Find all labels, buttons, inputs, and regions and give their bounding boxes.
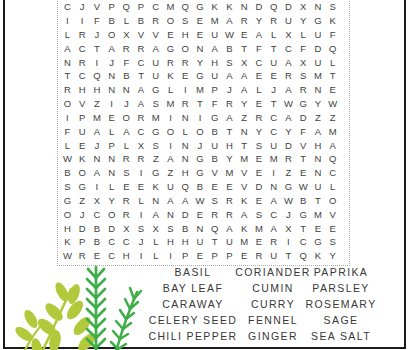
grid-cell: N xyxy=(178,111,193,125)
grid-cell: A xyxy=(252,28,267,42)
grid-cell: M xyxy=(266,152,281,166)
grid-cell: E xyxy=(311,221,326,235)
grid-cell: V xyxy=(296,138,311,152)
word-list-item: SAGE xyxy=(300,312,382,328)
grid-cell: N xyxy=(104,83,119,97)
grid-cell: Z xyxy=(75,194,90,208)
grid-cell: Y xyxy=(222,152,237,166)
grid-cell: U xyxy=(193,235,208,249)
grid-cell: U xyxy=(311,180,326,194)
rosemary-sprig-icon xyxy=(87,267,105,350)
grid-cell: L xyxy=(148,249,163,263)
grid-cell: A xyxy=(148,208,163,222)
grid-cell: R xyxy=(266,14,281,28)
grid-cell: T xyxy=(281,249,296,263)
grid-cell: E xyxy=(237,249,252,263)
grid-cell: O xyxy=(178,42,193,56)
grid-cell: N xyxy=(163,208,178,222)
grid-cell: T xyxy=(193,97,208,111)
grid-cell: U xyxy=(266,138,281,152)
grid-cell: R xyxy=(119,152,134,166)
grid-cell: Q xyxy=(89,69,104,83)
grid-cell: T xyxy=(237,138,252,152)
grid-cell: A xyxy=(60,42,75,56)
grid-cell: U xyxy=(266,55,281,69)
grid-cell: R xyxy=(119,42,134,56)
grid-cell: D xyxy=(252,0,267,14)
grid-cell: Z xyxy=(325,111,340,125)
grid-cell: J xyxy=(75,208,90,222)
grid-cell: C xyxy=(296,235,311,249)
grid-cell: E xyxy=(252,235,267,249)
grid-cell: R xyxy=(134,111,149,125)
grid-cell: S xyxy=(222,55,237,69)
grid-cell: U xyxy=(281,14,296,28)
grid-cell: Y xyxy=(237,97,252,111)
grid-cell: E xyxy=(252,166,267,180)
grid-cell: P xyxy=(207,249,222,263)
grid-cell: G xyxy=(193,152,208,166)
grid-cell: N xyxy=(178,152,193,166)
grid-cell: W xyxy=(281,97,296,111)
grid-cell: A xyxy=(89,166,104,180)
grid-cell: I xyxy=(266,166,281,180)
grid-cell: S xyxy=(178,14,193,28)
grid-cell: M xyxy=(252,221,267,235)
grid-cell: O xyxy=(119,111,134,125)
grid-cell: L xyxy=(104,125,119,139)
grid-cell: S xyxy=(296,69,311,83)
grid-cell: R xyxy=(207,208,222,222)
grid-cell: R xyxy=(237,14,252,28)
grid-cell: F xyxy=(296,125,311,139)
grid-cell: P xyxy=(222,249,237,263)
grid-cell: Q xyxy=(178,180,193,194)
grid-cell: C xyxy=(75,42,90,56)
grid-cell: M xyxy=(311,69,326,83)
grid-cell: I xyxy=(193,111,208,125)
grid-cell: C xyxy=(325,166,340,180)
grid-cell: T xyxy=(60,69,75,83)
grid-cell: Z xyxy=(311,111,326,125)
grid-cell: L xyxy=(325,180,340,194)
grid-cell: N xyxy=(311,83,326,97)
grid-cell: Y xyxy=(281,125,296,139)
grid-cell: G xyxy=(281,180,296,194)
grid-cell: R xyxy=(163,55,178,69)
grid-cell: A xyxy=(207,42,222,56)
grid-cell: D xyxy=(75,221,90,235)
grid-cell: A xyxy=(222,221,237,235)
grid-cell: H xyxy=(163,235,178,249)
grid-cell: R xyxy=(222,97,237,111)
grid-cell: T xyxy=(266,97,281,111)
grid-cell: S xyxy=(325,235,340,249)
grid-cell: I xyxy=(163,249,178,263)
grid-cell: E xyxy=(296,166,311,180)
grid-cell: A xyxy=(119,125,134,139)
grid-cell: Z xyxy=(89,97,104,111)
grid-cell: O xyxy=(163,125,178,139)
grid-cell: Q xyxy=(207,221,222,235)
word-list-item: SEA SALT xyxy=(300,328,382,344)
grid-cell: I xyxy=(60,111,75,125)
grid-cell: I xyxy=(75,14,90,28)
grid-cell: V xyxy=(134,28,149,42)
grid-cell: K xyxy=(237,221,252,235)
grid-cell: P xyxy=(75,235,90,249)
grid-cell: E xyxy=(252,194,267,208)
grid-cell: S xyxy=(60,180,75,194)
grid-cell: L xyxy=(252,83,267,97)
grid-cell: J xyxy=(89,28,104,42)
grid-cell: Y xyxy=(193,55,208,69)
grid-cell: B xyxy=(193,180,208,194)
grid-cell: H xyxy=(75,83,90,97)
grid-cell: V xyxy=(237,166,252,180)
grid-cell: A xyxy=(311,125,326,139)
grid-cell: O xyxy=(104,28,119,42)
grid-cell: U xyxy=(207,69,222,83)
grid-cell: C xyxy=(134,55,149,69)
grid-cell: T xyxy=(266,42,281,56)
grid-cell: R xyxy=(119,194,134,208)
grid-cell: U xyxy=(163,180,178,194)
grid-cell: A xyxy=(325,138,340,152)
grid-cell: M xyxy=(193,83,208,97)
grid-cell: N xyxy=(89,152,104,166)
grid-cell: C xyxy=(119,235,134,249)
grid-cell: U xyxy=(207,28,222,42)
grid-cell: T xyxy=(296,152,311,166)
grid-cell: K xyxy=(148,180,163,194)
grid-cell: C xyxy=(60,0,75,14)
grid-cell: L xyxy=(119,14,134,28)
grid-cell: P xyxy=(178,249,193,263)
grid-cell: B xyxy=(222,42,237,56)
grid-cell: G xyxy=(311,14,326,28)
grid-cell: E xyxy=(252,152,267,166)
grid-cell: L xyxy=(119,138,134,152)
grid-cell: X xyxy=(119,28,134,42)
grid-cell: O xyxy=(60,97,75,111)
grid-cell: L xyxy=(104,180,119,194)
grid-cell: M xyxy=(163,0,178,14)
grid-cell: E xyxy=(75,138,90,152)
grid-cell: Z xyxy=(148,152,163,166)
grid-cell: E xyxy=(104,111,119,125)
grid-cell: W xyxy=(60,152,75,166)
grid-cell: K xyxy=(163,69,178,83)
grid-cell: L xyxy=(266,28,281,42)
grid-cell: R xyxy=(134,42,149,56)
grid-cell: J xyxy=(134,235,149,249)
grid-cell: I xyxy=(89,55,104,69)
grid-cell: O xyxy=(104,208,119,222)
grid-cell: R xyxy=(266,235,281,249)
grid-cell: F xyxy=(89,14,104,28)
grid-cell: J xyxy=(89,138,104,152)
grid-cell: R xyxy=(178,55,193,69)
grid-cell: P xyxy=(75,111,90,125)
grid-cell: P xyxy=(134,0,149,14)
grid-cell: V xyxy=(237,180,252,194)
grid-cell: H xyxy=(60,221,75,235)
grid-cell: N xyxy=(119,83,134,97)
grid-cell: K xyxy=(222,0,237,14)
grid-cell: N xyxy=(193,42,208,56)
grid-cell: C xyxy=(89,208,104,222)
grid-cell: N xyxy=(104,152,119,166)
grid-cell: D xyxy=(296,111,311,125)
grid-cell: B xyxy=(296,194,311,208)
grid-cell: G xyxy=(60,194,75,208)
grid-cell: Q xyxy=(325,152,340,166)
grid-cell: I xyxy=(163,111,178,125)
grid-cell: S xyxy=(163,221,178,235)
grid-cell: C xyxy=(134,125,149,139)
grid-cell: A xyxy=(237,69,252,83)
grid-cell: G xyxy=(193,69,208,83)
grid-cell: U xyxy=(222,235,237,249)
grid-cell: L xyxy=(296,28,311,42)
grid-cell: T xyxy=(237,42,252,56)
grid-cell: S xyxy=(207,194,222,208)
grid-cell: N xyxy=(104,166,119,180)
grid-cell: E xyxy=(193,208,208,222)
grid-cell: O xyxy=(60,208,75,222)
grid-cell: U xyxy=(266,249,281,263)
grid-cell: E xyxy=(222,180,237,194)
grid-cell: C xyxy=(281,42,296,56)
word-list-item: ROSEMARY xyxy=(300,296,382,312)
grid-cell: Q xyxy=(266,0,281,14)
grid-cell: N xyxy=(311,166,326,180)
grid-cell: A xyxy=(281,55,296,69)
grid-cell: E xyxy=(178,69,193,83)
grid-cell: U xyxy=(148,69,163,83)
grid-cell: W xyxy=(222,28,237,42)
grid-cell: S xyxy=(252,138,267,152)
grid-cell: E xyxy=(207,180,222,194)
grid-cell: U xyxy=(75,125,90,139)
grid-cell: F xyxy=(207,97,222,111)
grid-cell: L xyxy=(325,55,340,69)
grid-cell: T xyxy=(134,69,149,83)
grid-cell: J xyxy=(75,0,90,14)
grid-cell: A xyxy=(89,125,104,139)
grid-cell: B xyxy=(178,221,193,235)
grid-cell: R xyxy=(75,28,90,42)
grid-cell: Y xyxy=(104,194,119,208)
grid-cell: A xyxy=(134,97,149,111)
grid-cell: W xyxy=(193,194,208,208)
grid-cell: E xyxy=(266,69,281,83)
grid-cell: I xyxy=(104,97,119,111)
grid-cell: X xyxy=(134,138,149,152)
grid-cell: D xyxy=(281,0,296,14)
grid-cell: B xyxy=(60,166,75,180)
grid-cell: B xyxy=(207,152,222,166)
grid-cell: U xyxy=(207,138,222,152)
grid-cell: W xyxy=(60,249,75,263)
grid-cell: E xyxy=(119,180,134,194)
grid-cell: E xyxy=(252,97,267,111)
grid-cell: M xyxy=(237,235,252,249)
grid-cell: G xyxy=(207,111,222,125)
grid-cell: Y xyxy=(252,14,267,28)
grid-cell: I xyxy=(134,249,149,263)
grid-cell: D xyxy=(252,180,267,194)
grid-cell: A xyxy=(148,42,163,56)
grid-cell: Q xyxy=(325,42,340,56)
grid-cell: G xyxy=(148,125,163,139)
grid-cell: D xyxy=(178,208,193,222)
grid-cell: A xyxy=(222,69,237,83)
grid-cell: A xyxy=(134,83,149,97)
grid-cell: A xyxy=(237,208,252,222)
grid-cell: L xyxy=(163,83,178,97)
grid-cell: K xyxy=(75,152,90,166)
grid-cell: O xyxy=(163,14,178,28)
grid-cell: P xyxy=(207,83,222,97)
grid-cell: M xyxy=(222,166,237,180)
grid-cell: Y xyxy=(296,14,311,28)
grid-cell: O xyxy=(325,194,340,208)
grid-cell: C xyxy=(266,125,281,139)
grid-cell: A xyxy=(222,14,237,28)
letter-grid: CJVPQPCMQGKKNDQDXNSIIFBLBROSEMARYRUYGKLR… xyxy=(60,0,340,263)
grid-cell: H xyxy=(119,249,134,263)
grid-cell: H xyxy=(311,138,326,152)
grid-cell: R xyxy=(252,249,267,263)
grid-cell: P xyxy=(104,138,119,152)
grid-cell: M xyxy=(148,111,163,125)
grid-cell: E xyxy=(89,249,104,263)
grid-cell: C xyxy=(266,111,281,125)
grid-cell: G xyxy=(148,83,163,97)
grid-cell: R xyxy=(222,208,237,222)
grid-cell: K xyxy=(325,14,340,28)
grid-cell: G xyxy=(296,97,311,111)
grid-cell: R xyxy=(222,194,237,208)
grid-cell: X xyxy=(296,0,311,14)
word-list-column: PAPRIKAPARSLEYROSEMARYSAGESEA SALT xyxy=(300,264,382,344)
grid-cell: R xyxy=(281,152,296,166)
word-search-puzzle-image: CJVPQPCMQGKKNDQDXNSIIFBLBROSEMARYRUYGKLR… xyxy=(0,0,412,350)
grid-cell: G xyxy=(311,235,326,249)
grid-cell: V xyxy=(325,208,340,222)
grid-cell: A xyxy=(237,83,252,97)
grid-cell: E xyxy=(193,14,208,28)
grid-cell: I xyxy=(281,235,296,249)
grid-cell: J xyxy=(266,83,281,97)
grid-cell: V xyxy=(207,166,222,180)
grid-cell: K xyxy=(237,194,252,208)
grid-cell: W xyxy=(296,180,311,194)
grid-cell: R xyxy=(281,69,296,83)
grid-cell: R xyxy=(75,55,90,69)
grid-cell: C xyxy=(252,55,267,69)
grid-cell: Q xyxy=(296,249,311,263)
grid-cell: F xyxy=(252,42,267,56)
grid-cell: S xyxy=(252,208,267,222)
grid-cell: P xyxy=(104,0,119,14)
grid-cell: G xyxy=(163,42,178,56)
grid-cell: N xyxy=(311,152,326,166)
grid-cell: J xyxy=(281,208,296,222)
grid-cell: A xyxy=(281,111,296,125)
grid-cell: I xyxy=(163,138,178,152)
grid-cell: X xyxy=(281,221,296,235)
grid-cell: G xyxy=(75,180,90,194)
grid-cell: R xyxy=(178,97,193,111)
grid-cell: H xyxy=(178,28,193,42)
grid-cell: N xyxy=(266,180,281,194)
grid-cell: E xyxy=(325,221,340,235)
grid-cell: N xyxy=(104,69,119,83)
grid-cell: G xyxy=(193,166,208,180)
grid-cell: A xyxy=(163,194,178,208)
grid-cell: V xyxy=(89,0,104,14)
grid-cell: H xyxy=(178,166,193,180)
grid-cell: K xyxy=(311,249,326,263)
grid-cell: R xyxy=(119,208,134,222)
grid-cell: F xyxy=(60,125,75,139)
grid-cell: A xyxy=(281,83,296,97)
grid-cell: F xyxy=(119,55,134,69)
grid-cell: I xyxy=(134,166,149,180)
grid-cell: M xyxy=(311,208,326,222)
grid-cell: B xyxy=(207,125,222,139)
grid-cell: J xyxy=(104,55,119,69)
grid-cell: X xyxy=(281,28,296,42)
word-list-item: PAPRIKA xyxy=(300,264,382,280)
grid-cell: W xyxy=(281,194,296,208)
grid-cell: B xyxy=(134,14,149,28)
grid-cell: C xyxy=(104,235,119,249)
grid-cell: E xyxy=(193,28,208,42)
grid-cell: I xyxy=(89,180,104,194)
grid-cell: N xyxy=(311,0,326,14)
grid-cell: H xyxy=(222,138,237,152)
grid-cell: S xyxy=(119,166,134,180)
grid-cell: L xyxy=(134,194,149,208)
grid-cell: T xyxy=(89,42,104,56)
grid-cell: Y xyxy=(325,249,340,263)
grid-cell: N xyxy=(193,221,208,235)
grid-cell: A xyxy=(222,111,237,125)
grid-cell: X xyxy=(89,194,104,208)
grid-cell: K xyxy=(60,235,75,249)
grid-cell: O xyxy=(193,125,208,139)
bay-leaf-sprig-icon xyxy=(13,280,99,350)
grid-cell: W xyxy=(325,97,340,111)
grid-cell: T xyxy=(311,194,326,208)
grid-cell: T xyxy=(207,235,222,249)
grid-cell: T xyxy=(296,221,311,235)
grid-cell: B xyxy=(119,69,134,83)
grid-cell: I xyxy=(178,83,193,97)
grid-cell: N xyxy=(60,55,75,69)
grid-cell: S xyxy=(325,0,340,14)
grid-cell: X xyxy=(119,221,134,235)
grid-cell: H xyxy=(89,83,104,97)
grid-cell: R xyxy=(60,83,75,97)
grid-cell: Q xyxy=(119,0,134,14)
grid-cell: Z xyxy=(163,166,178,180)
grid-cell: U xyxy=(311,28,326,42)
